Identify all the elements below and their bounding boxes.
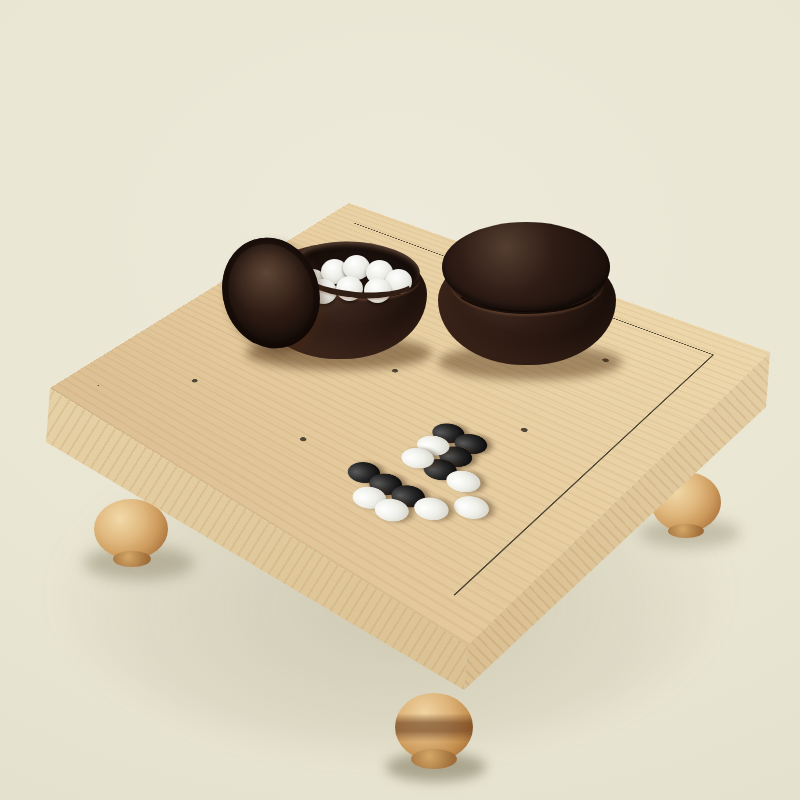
- board-leg-right-foot: [668, 524, 704, 538]
- board-leg-left-foot: [113, 551, 151, 567]
- bowl-lid-seam: [450, 250, 604, 314]
- board-leg-left: [94, 499, 168, 559]
- product-photo-scene: [0, 0, 800, 800]
- grid-cell: [97, 385, 99, 386]
- board-leg-front-foot: [411, 749, 457, 769]
